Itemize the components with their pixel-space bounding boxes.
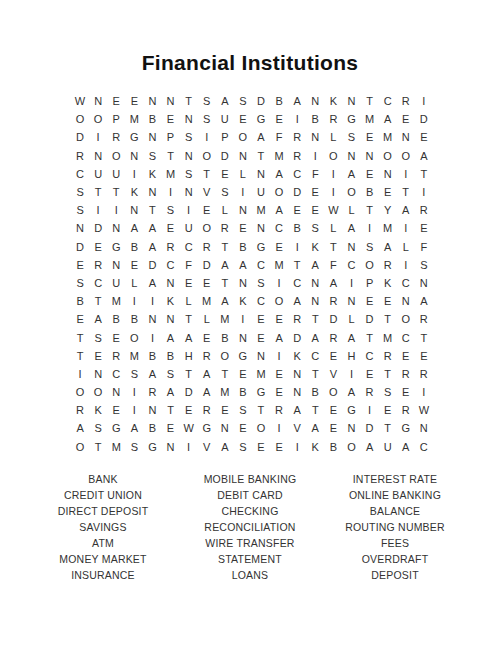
grid-cell: K xyxy=(379,274,397,292)
grid-cell: T xyxy=(361,92,379,110)
grid-cell: N xyxy=(415,274,433,292)
grid-cell: S xyxy=(361,238,379,256)
grid-cell: U xyxy=(216,110,234,128)
grid-cell: T xyxy=(180,92,198,110)
grid-cell: L xyxy=(180,292,198,310)
grid-cell: S xyxy=(71,274,89,292)
grid-cell: A xyxy=(306,256,324,274)
grid-cell: L xyxy=(324,219,342,237)
grid-cell: I xyxy=(288,110,306,128)
grid-cell: E xyxy=(379,292,397,310)
grid-cell: S xyxy=(252,274,270,292)
grid-cell: O xyxy=(270,292,288,310)
grid-cell: A xyxy=(361,438,379,456)
grid-cell: N xyxy=(161,438,179,456)
grid-cell: E xyxy=(361,128,379,146)
grid-cell: C xyxy=(288,165,306,183)
word-list-item: ROUTING NUMBER xyxy=(305,519,485,535)
grid-cell: A xyxy=(143,238,161,256)
grid-cell: F xyxy=(270,128,288,146)
grid-cell: B xyxy=(288,219,306,237)
grid-cell: N xyxy=(161,310,179,328)
grid-cell: A xyxy=(288,292,306,310)
grid-cell: T xyxy=(361,328,379,346)
grid-cell: K xyxy=(288,347,306,365)
grid-cell: N xyxy=(143,128,161,146)
grid-cell: E xyxy=(270,110,288,128)
grid-cell: S xyxy=(161,201,179,219)
grid-cell: N xyxy=(89,147,107,165)
grid-cell: A xyxy=(143,219,161,237)
grid-cell: E xyxy=(306,201,324,219)
grid-cell: M xyxy=(198,292,216,310)
grid-cell: A xyxy=(216,256,234,274)
grid-cell: S xyxy=(216,183,234,201)
grid-cell: I xyxy=(234,183,252,201)
grid-cell: I xyxy=(125,401,143,419)
grid-cell: R xyxy=(361,383,379,401)
grid-cell: M xyxy=(379,128,397,146)
grid-cell: I xyxy=(143,328,161,346)
grid-cell: U xyxy=(252,183,270,201)
grid-cell: B xyxy=(324,438,342,456)
grid-cell: S xyxy=(180,128,198,146)
grid-cell: S xyxy=(125,365,143,383)
grid-cell: M xyxy=(125,110,143,128)
grid-cell: B xyxy=(143,419,161,437)
grid-cell: W xyxy=(180,419,198,437)
grid-cell: T xyxy=(89,183,107,201)
grid-cell: I xyxy=(107,201,125,219)
grid-cell: N xyxy=(234,328,252,346)
grid-cell: C xyxy=(270,219,288,237)
grid-cell: N xyxy=(216,419,234,437)
grid-cell: R xyxy=(288,128,306,146)
grid-cell: N xyxy=(342,292,360,310)
grid-cell: M xyxy=(270,256,288,274)
grid-cell: N xyxy=(107,256,125,274)
grid-cell: H xyxy=(180,347,198,365)
grid-cell: S xyxy=(143,147,161,165)
grid-cell: U xyxy=(89,165,107,183)
grid-cell: M xyxy=(125,347,143,365)
grid-cell: D xyxy=(71,128,89,146)
grid-cell: S xyxy=(415,256,433,274)
grid-cell: O xyxy=(71,110,89,128)
grid-cell: B xyxy=(306,383,324,401)
grid-cell: O xyxy=(107,147,125,165)
grid-cell: E xyxy=(234,110,252,128)
grid-cell: W xyxy=(324,201,342,219)
grid-cell: L xyxy=(216,201,234,219)
grid-cell: D xyxy=(71,238,89,256)
grid-cell: D xyxy=(180,383,198,401)
grid-cell: A xyxy=(397,438,415,456)
grid-cell: E xyxy=(397,110,415,128)
grid-cell: A xyxy=(125,419,143,437)
grid-cell: O xyxy=(198,147,216,165)
grid-cell: T xyxy=(198,165,216,183)
grid-cell: B xyxy=(270,92,288,110)
grid-cell: F xyxy=(415,238,433,256)
grid-cell: N xyxy=(180,110,198,128)
grid-cell: O xyxy=(71,438,89,456)
grid-cell: L xyxy=(198,310,216,328)
grid-cell: E xyxy=(361,365,379,383)
grid-cell: N xyxy=(180,147,198,165)
grid-cell: E xyxy=(125,92,143,110)
word-list: BANKCREDIT UNIONDIRECT DEPOSITSAVINGSATM… xyxy=(0,471,500,591)
grid-cell: D xyxy=(324,310,342,328)
grid-cell: N xyxy=(71,219,89,237)
grid-cell: E xyxy=(361,292,379,310)
word-list-column-3: INTEREST RATEONLINE BANKINGBALANCEROUTIN… xyxy=(305,471,485,583)
grid-cell: I xyxy=(125,383,143,401)
grid-cell: I xyxy=(234,310,252,328)
grid-cell: E xyxy=(107,401,125,419)
grid-cell: K xyxy=(125,183,143,201)
grid-cell: G xyxy=(107,419,125,437)
grid-cell: D xyxy=(89,219,107,237)
grid-cell: N xyxy=(306,274,324,292)
grid-cell: V xyxy=(324,365,342,383)
grid-cell: R xyxy=(324,328,342,346)
grid-cell: N xyxy=(342,147,360,165)
grid-cell: I xyxy=(361,219,379,237)
grid-cell: I xyxy=(324,183,342,201)
word-list-item: INTEREST RATE xyxy=(305,471,485,487)
grid-cell: T xyxy=(379,310,397,328)
grid-cell: D xyxy=(288,328,306,346)
grid-cell: I xyxy=(180,201,198,219)
grid-cell: R xyxy=(270,401,288,419)
grid-cell: T xyxy=(216,274,234,292)
grid-cell: M xyxy=(270,147,288,165)
grid-cell: U xyxy=(107,165,125,183)
grid-cell: B xyxy=(143,110,161,128)
grid-cell: R xyxy=(397,401,415,419)
grid-cell: N xyxy=(180,183,198,201)
grid-cell: D xyxy=(415,110,433,128)
grid-cell: A xyxy=(342,219,360,237)
grid-cell: C xyxy=(161,256,179,274)
grid-cell: T xyxy=(252,401,270,419)
grid-cell: R xyxy=(415,310,433,328)
grid-cell: A xyxy=(342,383,360,401)
grid-cell: T xyxy=(306,401,324,419)
grid-cell: D xyxy=(288,183,306,201)
grid-cell: N xyxy=(252,347,270,365)
grid-cell: E xyxy=(415,347,433,365)
grid-cell: D xyxy=(216,147,234,165)
grid-cell: N xyxy=(143,92,161,110)
grid-cell: S xyxy=(71,201,89,219)
grid-cell: E xyxy=(270,310,288,328)
grid-cell: B xyxy=(161,347,179,365)
grid-cell: I xyxy=(415,92,433,110)
grid-cell: E xyxy=(306,183,324,201)
grid-cell: M xyxy=(252,201,270,219)
grid-cell: A xyxy=(234,256,252,274)
grid-cell: G xyxy=(342,110,360,128)
grid-cell: I xyxy=(125,292,143,310)
grid-cell: N xyxy=(161,274,179,292)
grid-cell: B xyxy=(306,110,324,128)
grid-cell: E xyxy=(198,328,216,346)
grid-cell: E xyxy=(379,183,397,201)
grid-cell: I xyxy=(342,274,360,292)
grid-cell: C xyxy=(107,365,125,383)
grid-cell: O xyxy=(198,219,216,237)
grid-cell: K xyxy=(143,165,161,183)
grid-cell: K xyxy=(89,401,107,419)
grid-cell: E xyxy=(161,219,179,237)
grid-cell: I xyxy=(288,238,306,256)
grid-cell: A xyxy=(342,165,360,183)
grid-cell: E xyxy=(161,110,179,128)
grid-cell: B xyxy=(361,183,379,201)
grid-cell: S xyxy=(89,419,107,437)
grid-cell: S xyxy=(198,110,216,128)
grid-cell: E xyxy=(397,383,415,401)
grid-cell: E xyxy=(180,401,198,419)
grid-cell: B xyxy=(125,310,143,328)
grid-cell: T xyxy=(143,201,161,219)
grid-cell: T xyxy=(180,310,198,328)
grid-cell: R xyxy=(198,347,216,365)
grid-cell: N xyxy=(306,92,324,110)
grid-cell: A xyxy=(180,328,198,346)
grid-cell: O xyxy=(270,183,288,201)
grid-cell: P xyxy=(161,128,179,146)
grid-cell: E xyxy=(415,219,433,237)
grid-cell: L xyxy=(125,274,143,292)
grid-cell: L xyxy=(397,238,415,256)
grid-cell: R xyxy=(89,256,107,274)
grid-cell: B xyxy=(234,383,252,401)
grid-cell: A xyxy=(379,238,397,256)
grid-cell: V xyxy=(198,438,216,456)
grid-cell: G xyxy=(107,238,125,256)
grid-cell: O xyxy=(397,147,415,165)
grid-cell: C xyxy=(361,347,379,365)
grid-cell: E xyxy=(288,201,306,219)
grid-cell: R xyxy=(324,292,342,310)
grid-cell: A xyxy=(415,292,433,310)
grid-cell: B xyxy=(107,310,125,328)
grid-cell: C xyxy=(252,292,270,310)
grid-cell: O xyxy=(252,419,270,437)
grid-cell: A xyxy=(161,383,179,401)
grid-cell: I xyxy=(125,165,143,183)
grid-cell: E xyxy=(234,419,252,437)
grid-cell: N xyxy=(161,92,179,110)
grid-cell: C xyxy=(397,274,415,292)
grid-cell: K xyxy=(324,92,342,110)
grid-cell: E xyxy=(270,365,288,383)
grid-cell: F xyxy=(180,256,198,274)
grid-cell: C xyxy=(397,328,415,346)
grid-cell: I xyxy=(180,438,198,456)
grid-cell: K xyxy=(234,292,252,310)
grid-cell: G xyxy=(125,128,143,146)
grid-cell: E xyxy=(107,92,125,110)
grid-cell: K xyxy=(161,292,179,310)
grid-cell: C xyxy=(415,438,433,456)
grid-cell: A xyxy=(198,365,216,383)
word-list-item: DEPOSIT xyxy=(305,567,485,583)
grid-cell: N xyxy=(252,219,270,237)
grid-cell: Y xyxy=(379,201,397,219)
grid-cell: A xyxy=(252,128,270,146)
grid-cell: T xyxy=(89,438,107,456)
grid-cell: N xyxy=(252,165,270,183)
grid-cell: R xyxy=(216,219,234,237)
grid-cell: S xyxy=(180,165,198,183)
grid-cell: I xyxy=(89,128,107,146)
grid-cell: N xyxy=(107,219,125,237)
grid-cell: D xyxy=(252,92,270,110)
grid-cell: A xyxy=(89,310,107,328)
grid-cell: R xyxy=(288,147,306,165)
grid-cell: O xyxy=(125,328,143,346)
grid-cell: V xyxy=(198,183,216,201)
grid-cell: T xyxy=(71,328,89,346)
grid-cell: E xyxy=(324,419,342,437)
grid-cell: K xyxy=(306,438,324,456)
grid-cell: O xyxy=(342,438,360,456)
grid-cell: E xyxy=(125,256,143,274)
grid-cell: I xyxy=(198,128,216,146)
grid-cell: N xyxy=(397,128,415,146)
grid-cell: E xyxy=(216,401,234,419)
grid-cell: G xyxy=(252,110,270,128)
grid-cell: A xyxy=(161,328,179,346)
grid-cell: T xyxy=(379,365,397,383)
grid-cell: R xyxy=(198,238,216,256)
grid-cell: A xyxy=(270,201,288,219)
grid-cell: N xyxy=(143,310,161,328)
grid-cell: N xyxy=(89,92,107,110)
grid-cell: P xyxy=(216,128,234,146)
grid-cell: I xyxy=(161,183,179,201)
grid-cell: M xyxy=(161,165,179,183)
grid-cell: I xyxy=(270,419,288,437)
grid-cell: T xyxy=(71,347,89,365)
grid-cell: O xyxy=(71,383,89,401)
grid-cell: O xyxy=(216,347,234,365)
grid-cell: N xyxy=(288,383,306,401)
grid-cell: O xyxy=(89,383,107,401)
grid-cell: E xyxy=(107,328,125,346)
grid-cell: C xyxy=(342,256,360,274)
grid-cell: E xyxy=(361,165,379,183)
grid-cell: L xyxy=(342,310,360,328)
grid-cell: T xyxy=(161,147,179,165)
grid-cell: N xyxy=(234,147,252,165)
grid-cell: D xyxy=(143,256,161,274)
grid-cell: S xyxy=(89,328,107,346)
grid-cell: I xyxy=(143,292,161,310)
grid-cell: R xyxy=(379,256,397,274)
grid-cell: N xyxy=(306,292,324,310)
grid-cell: O xyxy=(379,147,397,165)
grid-cell: T xyxy=(415,165,433,183)
grid-cell: L xyxy=(342,201,360,219)
grid-cell: E xyxy=(252,438,270,456)
grid-cell: E xyxy=(270,238,288,256)
grid-cell: R xyxy=(107,128,125,146)
grid-cell: I xyxy=(397,256,415,274)
grid-cell: T xyxy=(324,238,342,256)
grid-cell: M xyxy=(361,110,379,128)
grid-cell: A xyxy=(125,219,143,237)
grid-cell: O xyxy=(397,310,415,328)
grid-cell: B xyxy=(234,238,252,256)
grid-cell: N xyxy=(342,92,360,110)
grid-cell: U xyxy=(107,274,125,292)
grid-cell: F xyxy=(324,256,342,274)
grid-cell: H xyxy=(342,347,360,365)
grid-cell: I xyxy=(270,274,288,292)
grid-cell: U xyxy=(180,219,198,237)
grid-cell: R xyxy=(415,201,433,219)
grid-cell: T xyxy=(361,201,379,219)
grid-cell: R xyxy=(71,401,89,419)
grid-cell: B xyxy=(216,328,234,346)
grid-cell: T xyxy=(288,256,306,274)
grid-cell: S xyxy=(342,128,360,146)
grid-cell: O xyxy=(324,147,342,165)
grid-cell: A xyxy=(270,165,288,183)
grid-cell: G xyxy=(252,383,270,401)
grid-cell: K xyxy=(306,238,324,256)
grid-cell: A xyxy=(143,365,161,383)
grid-cell: N xyxy=(288,365,306,383)
grid-cell: B xyxy=(125,238,143,256)
grid-cell: P xyxy=(107,110,125,128)
grid-cell: E xyxy=(198,201,216,219)
grid-cell: D xyxy=(198,256,216,274)
grid-cell: A xyxy=(216,292,234,310)
grid-cell: T xyxy=(216,238,234,256)
grid-cell: C xyxy=(89,274,107,292)
grid-cell: I xyxy=(306,147,324,165)
grid-cell: T xyxy=(180,365,198,383)
grid-cell: I xyxy=(361,401,379,419)
grid-cell: D xyxy=(361,310,379,328)
grid-cell: R xyxy=(288,310,306,328)
grid-cell: R xyxy=(71,147,89,165)
grid-cell: A xyxy=(71,419,89,437)
grid-cell: A xyxy=(306,419,324,437)
grid-cell: O xyxy=(234,128,252,146)
grid-cell: I xyxy=(71,365,89,383)
grid-cell: E xyxy=(415,128,433,146)
grid-cell: B xyxy=(71,292,89,310)
grid-cell: B xyxy=(143,347,161,365)
grid-cell: O xyxy=(324,383,342,401)
grid-cell: P xyxy=(361,274,379,292)
grid-cell: E xyxy=(270,438,288,456)
grid-cell: S xyxy=(161,365,179,383)
grid-cell: N xyxy=(342,238,360,256)
grid-cell: R xyxy=(324,110,342,128)
grid-cell: M xyxy=(107,292,125,310)
grid-cell: N xyxy=(415,419,433,437)
grid-cell: R xyxy=(198,401,216,419)
grid-cell: T xyxy=(216,365,234,383)
